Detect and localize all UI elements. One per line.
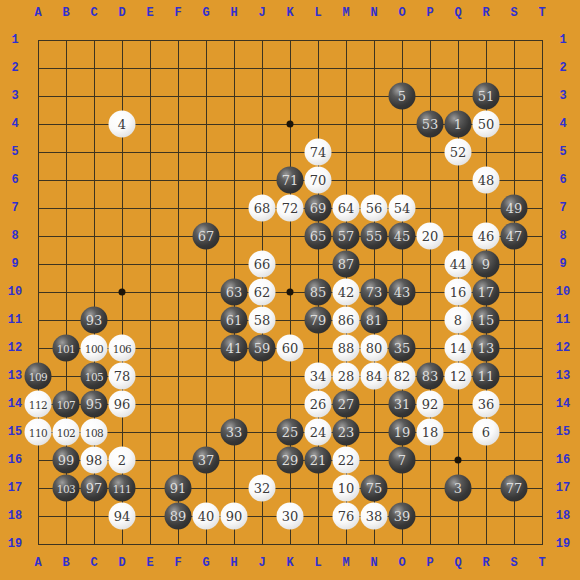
stone-white-94-D18[interactable]: 94 (109, 503, 136, 530)
stone-black-27-M14[interactable]: 27 (333, 391, 360, 418)
stone-black-111-D17[interactable]: 111 (109, 475, 136, 502)
column-label-top-P: P (418, 6, 442, 20)
stone-white-90-H18[interactable]: 90 (221, 503, 248, 530)
stone-black-109-A13[interactable]: 109 (25, 363, 52, 390)
stone-white-82-O13[interactable]: 82 (389, 363, 416, 390)
row-label-left-8: 8 (3, 229, 27, 243)
stone-black-53-P4[interactable]: 53 (417, 111, 444, 138)
stone-black-59-J12[interactable]: 59 (249, 335, 276, 362)
row-label-right-19: 19 (551, 537, 575, 551)
column-label-bottom-O: O (390, 556, 414, 570)
stone-black-65-L8[interactable]: 65 (305, 223, 332, 250)
stone-black-39-O18[interactable]: 39 (389, 503, 416, 530)
stone-black-107-B14[interactable]: 107 (53, 391, 80, 418)
stone-black-21-L16[interactable]: 21 (305, 447, 332, 474)
stone-white-36-R14[interactable]: 36 (473, 391, 500, 418)
stone-black-79-L11[interactable]: 79 (305, 307, 332, 334)
column-label-bottom-N: N (362, 556, 386, 570)
stone-black-75-N17[interactable]: 75 (361, 475, 388, 502)
stone-white-6-R15[interactable]: 6 (473, 419, 500, 446)
stone-white-30-K18[interactable]: 30 (277, 503, 304, 530)
stone-black-23-M15[interactable]: 23 (333, 419, 360, 446)
stone-white-12-Q13[interactable]: 12 (445, 363, 472, 390)
stone-white-92-P14[interactable]: 92 (417, 391, 444, 418)
stone-white-48-R6[interactable]: 48 (473, 167, 500, 194)
column-label-bottom-P: P (418, 556, 442, 570)
stone-black-83-P13[interactable]: 83 (417, 363, 444, 390)
stone-white-66-J9[interactable]: 66 (249, 251, 276, 278)
row-label-left-3: 3 (3, 89, 27, 103)
row-label-left-13: 13 (3, 369, 27, 383)
stone-white-52-Q5[interactable]: 52 (445, 139, 472, 166)
column-label-bottom-S: S (502, 556, 526, 570)
column-label-bottom-D: D (110, 556, 134, 570)
stone-black-89-F18[interactable]: 89 (165, 503, 192, 530)
goban-diagram: AABBCCDDEEFFGGHHJJKKLLMMNNOOPPQQRRSSTT11… (0, 0, 580, 580)
column-label-top-T: T (530, 6, 554, 20)
stone-black-35-O12[interactable]: 35 (389, 335, 416, 362)
stone-white-76-M18[interactable]: 76 (333, 503, 360, 530)
stone-white-56-N7[interactable]: 56 (361, 195, 388, 222)
column-label-top-D: D (110, 6, 134, 20)
stone-white-84-N13[interactable]: 84 (361, 363, 388, 390)
stone-black-57-M8[interactable]: 57 (333, 223, 360, 250)
stone-white-18-P15[interactable]: 18 (417, 419, 444, 446)
column-label-bottom-A: A (26, 556, 50, 570)
stone-black-71-K6[interactable]: 71 (277, 167, 304, 194)
stone-black-101-B12[interactable]: 101 (53, 335, 80, 362)
stone-black-29-K16[interactable]: 29 (277, 447, 304, 474)
row-label-left-7: 7 (3, 201, 27, 215)
row-label-left-6: 6 (3, 173, 27, 187)
row-label-left-1: 1 (3, 33, 27, 47)
stone-black-19-O15[interactable]: 19 (389, 419, 416, 446)
stone-white-26-L14[interactable]: 26 (305, 391, 332, 418)
row-label-left-18: 18 (3, 509, 27, 523)
stone-black-95-C14[interactable]: 95 (81, 391, 108, 418)
stone-white-98-C16[interactable]: 98 (81, 447, 108, 474)
column-label-top-A: A (26, 6, 50, 20)
column-label-top-F: F (166, 6, 190, 20)
stone-white-28-M13[interactable]: 28 (333, 363, 360, 390)
stone-black-9-R9[interactable]: 9 (473, 251, 500, 278)
column-label-top-K: K (278, 6, 302, 20)
stone-white-16-Q10[interactable]: 16 (445, 279, 472, 306)
stone-white-32-J17[interactable]: 32 (249, 475, 276, 502)
stone-black-77-S17[interactable]: 77 (501, 475, 528, 502)
stone-white-2-D16[interactable]: 2 (109, 447, 136, 474)
stone-white-34-L13[interactable]: 34 (305, 363, 332, 390)
stone-black-33-H15[interactable]: 33 (221, 419, 248, 446)
row-label-left-19: 19 (3, 537, 27, 551)
stone-black-99-B16[interactable]: 99 (53, 447, 80, 474)
stone-white-60-K12[interactable]: 60 (277, 335, 304, 362)
row-label-right-2: 2 (551, 61, 575, 75)
stone-black-55-N8[interactable]: 55 (361, 223, 388, 250)
row-label-right-9: 9 (551, 257, 575, 271)
row-label-right-10: 10 (551, 285, 575, 299)
column-label-bottom-E: E (138, 556, 162, 570)
star-point-Q16 (455, 457, 462, 464)
column-label-top-S: S (502, 6, 526, 20)
stone-white-72-K7[interactable]: 72 (277, 195, 304, 222)
stone-black-7-O16[interactable]: 7 (389, 447, 416, 474)
column-label-top-Q: Q (446, 6, 470, 20)
row-label-right-12: 12 (551, 341, 575, 355)
stone-black-73-N10[interactable]: 73 (361, 279, 388, 306)
stone-black-41-H12[interactable]: 41 (221, 335, 248, 362)
stone-white-64-M7[interactable]: 64 (333, 195, 360, 222)
stone-white-22-M16[interactable]: 22 (333, 447, 360, 474)
row-label-right-3: 3 (551, 89, 575, 103)
row-label-left-4: 4 (3, 117, 27, 131)
row-label-right-6: 6 (551, 173, 575, 187)
column-label-bottom-H: H (222, 556, 246, 570)
stone-black-87-M9[interactable]: 87 (333, 251, 360, 278)
stone-white-54-O7[interactable]: 54 (389, 195, 416, 222)
column-label-top-M: M (334, 6, 358, 20)
stone-white-100-C12[interactable]: 100 (81, 335, 108, 362)
stone-black-67-G8[interactable]: 67 (193, 223, 220, 250)
stone-black-15-R11[interactable]: 15 (473, 307, 500, 334)
stone-white-106-D12[interactable]: 106 (109, 335, 136, 362)
stone-white-110-A15[interactable]: 110 (25, 419, 52, 446)
stone-black-37-G16[interactable]: 37 (193, 447, 220, 474)
row-label-right-18: 18 (551, 509, 575, 523)
column-label-top-B: B (54, 6, 78, 20)
row-label-right-7: 7 (551, 201, 575, 215)
row-label-right-11: 11 (551, 313, 575, 327)
stone-white-50-R4[interactable]: 50 (473, 111, 500, 138)
row-label-right-17: 17 (551, 481, 575, 495)
row-label-right-1: 1 (551, 33, 575, 47)
row-label-right-13: 13 (551, 369, 575, 383)
stone-black-51-R3[interactable]: 51 (473, 83, 500, 110)
stone-black-49-S7[interactable]: 49 (501, 195, 528, 222)
row-label-right-5: 5 (551, 145, 575, 159)
stone-black-31-O14[interactable]: 31 (389, 391, 416, 418)
stone-white-96-D14[interactable]: 96 (109, 391, 136, 418)
column-label-top-E: E (138, 6, 162, 20)
stone-black-91-F17[interactable]: 91 (165, 475, 192, 502)
stone-black-45-O8[interactable]: 45 (389, 223, 416, 250)
stone-white-58-J11[interactable]: 58 (249, 307, 276, 334)
column-label-top-O: O (390, 6, 414, 20)
row-label-left-17: 17 (3, 481, 27, 495)
star-point-D10 (119, 289, 126, 296)
stone-white-4-D4[interactable]: 4 (109, 111, 136, 138)
stone-black-43-O10[interactable]: 43 (389, 279, 416, 306)
stone-white-78-D13[interactable]: 78 (109, 363, 136, 390)
stone-black-63-H10[interactable]: 63 (221, 279, 248, 306)
row-label-right-16: 16 (551, 453, 575, 467)
stone-white-40-G18[interactable]: 40 (193, 503, 220, 530)
stone-white-20-P8[interactable]: 20 (417, 223, 444, 250)
stone-black-103-B17[interactable]: 103 (53, 475, 80, 502)
stone-black-3-Q17[interactable]: 3 (445, 475, 472, 502)
row-label-left-16: 16 (3, 453, 27, 467)
stone-white-42-M10[interactable]: 42 (333, 279, 360, 306)
column-label-bottom-M: M (334, 556, 358, 570)
row-label-right-4: 4 (551, 117, 575, 131)
column-label-bottom-T: T (530, 556, 554, 570)
stone-white-10-M17[interactable]: 10 (333, 475, 360, 502)
stone-black-1-Q4[interactable]: 1 (445, 111, 472, 138)
column-label-top-L: L (306, 6, 330, 20)
row-label-right-14: 14 (551, 397, 575, 411)
row-label-right-8: 8 (551, 229, 575, 243)
row-label-left-5: 5 (3, 145, 27, 159)
star-point-K4 (287, 121, 294, 128)
column-label-bottom-L: L (306, 556, 330, 570)
column-label-bottom-B: B (54, 556, 78, 570)
row-label-left-14: 14 (3, 397, 27, 411)
column-label-bottom-R: R (474, 556, 498, 570)
row-label-left-15: 15 (3, 425, 27, 439)
stone-white-38-N18[interactable]: 38 (361, 503, 388, 530)
column-label-bottom-F: F (166, 556, 190, 570)
column-label-bottom-Q: Q (446, 556, 470, 570)
column-label-top-N: N (362, 6, 386, 20)
column-label-top-J: J (250, 6, 274, 20)
row-label-left-11: 11 (3, 313, 27, 327)
star-point-K10 (287, 289, 294, 296)
stone-black-61-H11[interactable]: 61 (221, 307, 248, 334)
stone-black-69-L7[interactable]: 69 (305, 195, 332, 222)
stone-black-105-C13[interactable]: 105 (81, 363, 108, 390)
stone-black-93-C11[interactable]: 93 (81, 307, 108, 334)
stone-black-5-O3[interactable]: 5 (389, 83, 416, 110)
stone-white-86-M11[interactable]: 86 (333, 307, 360, 334)
stone-white-24-L15[interactable]: 24 (305, 419, 332, 446)
stone-white-68-J7[interactable]: 68 (249, 195, 276, 222)
stone-white-44-Q9[interactable]: 44 (445, 251, 472, 278)
column-label-bottom-G: G (194, 556, 218, 570)
stone-white-74-L5[interactable]: 74 (305, 139, 332, 166)
stone-white-88-M12[interactable]: 88 (333, 335, 360, 362)
stone-white-14-Q12[interactable]: 14 (445, 335, 472, 362)
stone-black-25-K15[interactable]: 25 (277, 419, 304, 446)
stone-white-112-A14[interactable]: 112 (25, 391, 52, 418)
column-label-top-H: H (222, 6, 246, 20)
column-label-bottom-C: C (82, 556, 106, 570)
column-label-bottom-K: K (278, 556, 302, 570)
stone-black-81-N11[interactable]: 81 (361, 307, 388, 334)
column-label-top-R: R (474, 6, 498, 20)
stone-white-102-B15[interactable]: 102 (53, 419, 80, 446)
row-label-left-12: 12 (3, 341, 27, 355)
row-label-right-15: 15 (551, 425, 575, 439)
stone-white-62-J10[interactable]: 62 (249, 279, 276, 306)
stone-black-11-R13[interactable]: 11 (473, 363, 500, 390)
stone-black-97-C17[interactable]: 97 (81, 475, 108, 502)
stone-white-70-L6[interactable]: 70 (305, 167, 332, 194)
column-label-top-C: C (82, 6, 106, 20)
row-label-left-9: 9 (3, 257, 27, 271)
stone-black-13-R12[interactable]: 13 (473, 335, 500, 362)
stone-white-80-N12[interactable]: 80 (361, 335, 388, 362)
column-label-top-G: G (194, 6, 218, 20)
row-label-left-2: 2 (3, 61, 27, 75)
stone-white-46-R8[interactable]: 46 (473, 223, 500, 250)
row-label-left-10: 10 (3, 285, 27, 299)
stone-white-108-C15[interactable]: 108 (81, 419, 108, 446)
stone-black-17-R10[interactable]: 17 (473, 279, 500, 306)
stone-black-47-S8[interactable]: 47 (501, 223, 528, 250)
stone-black-85-L10[interactable]: 85 (305, 279, 332, 306)
column-label-bottom-J: J (250, 556, 274, 570)
stone-white-8-Q11[interactable]: 8 (445, 307, 472, 334)
